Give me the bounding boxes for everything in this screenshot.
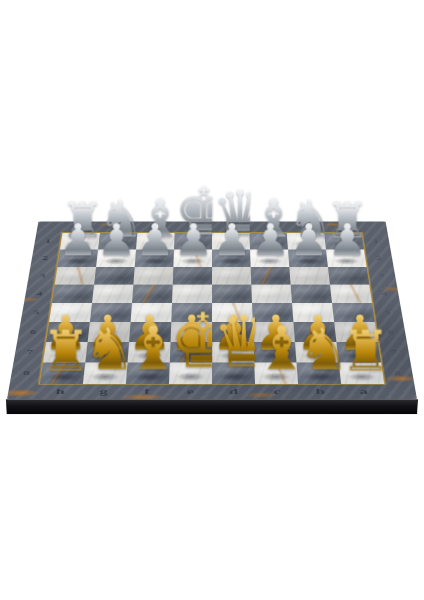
square-e1 xyxy=(174,233,212,250)
square-d1 xyxy=(212,233,250,250)
square-h4 xyxy=(52,285,94,303)
black-bishop-c8: ♝ xyxy=(255,318,298,378)
square-e2 xyxy=(173,249,212,266)
square-e3 xyxy=(173,267,212,285)
board-front-edge xyxy=(6,399,418,414)
square-g3 xyxy=(94,267,135,285)
rank-label-left-7: 7 xyxy=(18,342,42,363)
black-rook-h8: ♜ xyxy=(41,323,84,379)
square-a2 xyxy=(326,249,367,266)
file-label-g: g xyxy=(82,387,126,395)
square-h3 xyxy=(55,267,96,285)
file-label-e: e xyxy=(169,387,212,395)
rank-label-left-2: 2 xyxy=(34,249,56,266)
rank-label-right-4: 4 xyxy=(373,285,396,303)
square-b1 xyxy=(287,233,326,250)
black-knight-b8: ♞ xyxy=(298,321,341,379)
chess-board: hgfedcba 12345678 12345678 ♜♞♝♚♛♝♞♜♟♟♟♟♟… xyxy=(7,222,417,400)
file-labels: hgfedcba xyxy=(38,386,386,397)
square-b3 xyxy=(289,267,330,285)
square-g1 xyxy=(98,233,137,250)
file-label-h: h xyxy=(38,387,82,395)
rank-label-right-2: 2 xyxy=(368,249,390,266)
square-d3 xyxy=(212,267,251,285)
black-bishop-f8: ♝ xyxy=(126,318,169,378)
black-queen-d8: ♛ xyxy=(212,308,255,379)
square-f4 xyxy=(132,285,173,303)
square-h2 xyxy=(57,249,98,266)
file-label-b: b xyxy=(298,387,342,395)
black-knight-g8: ♞ xyxy=(83,321,126,379)
square-f3 xyxy=(133,267,173,285)
square-b2 xyxy=(288,249,328,266)
rank-label-left-3: 3 xyxy=(31,267,53,285)
square-f2 xyxy=(135,249,174,266)
file-label-a: a xyxy=(342,387,386,395)
black-king-e8: ♚ xyxy=(169,303,212,378)
square-g4 xyxy=(92,285,133,303)
square-f1 xyxy=(136,233,175,250)
square-b4 xyxy=(291,285,332,303)
square-g2 xyxy=(96,249,136,266)
square-d2 xyxy=(212,249,251,266)
square-a3 xyxy=(328,267,369,285)
rank-label-left-8: 8 xyxy=(14,362,39,383)
rank-label-right-3: 3 xyxy=(370,267,392,285)
square-a4 xyxy=(330,285,372,303)
rank-label-left-1: 1 xyxy=(37,233,59,250)
square-a1 xyxy=(324,233,364,250)
square-h1 xyxy=(60,233,100,250)
square-c1 xyxy=(249,233,288,250)
square-c4 xyxy=(251,285,292,303)
square-c3 xyxy=(251,267,291,285)
rank-label-left-4: 4 xyxy=(28,285,51,303)
chess-set-photo: hgfedcba 12345678 12345678 ♜♞♝♚♛♝♞♜♟♟♟♟♟… xyxy=(0,0,424,600)
black-rook-a8: ♜ xyxy=(341,323,384,379)
square-c2 xyxy=(250,249,289,266)
file-label-c: c xyxy=(255,387,299,395)
file-label-f: f xyxy=(125,387,169,395)
file-label-d: d xyxy=(212,387,255,395)
